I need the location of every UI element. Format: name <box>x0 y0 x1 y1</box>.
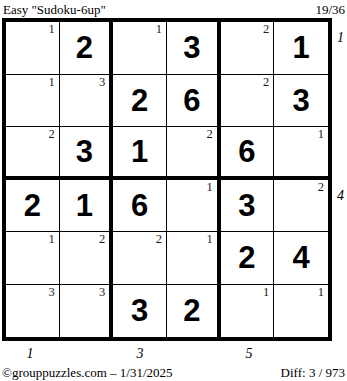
sudoku-grid: 121321132623231261216132122124333211 <box>2 18 332 341</box>
given-digit: 1 <box>76 190 93 221</box>
given-digit: 2 <box>238 242 255 273</box>
given-digit: 2 <box>183 295 200 326</box>
cell-r6c1[interactable]: 3 <box>6 285 60 338</box>
cell-r1c4[interactable]: 3 <box>167 22 221 75</box>
cell-r4c5[interactable]: 3 <box>221 180 275 233</box>
copyright-text: ©grouppuzzles.com – 1/31/2025 <box>2 365 173 381</box>
cell-r1c6[interactable]: 1 <box>274 22 328 75</box>
cell-r6c3[interactable]: 3 <box>113 285 167 338</box>
given-digit: 6 <box>238 136 255 167</box>
corner-mark: 2 <box>48 127 54 141</box>
cell-r2c3[interactable]: 2 <box>113 75 167 128</box>
given-digit: 1 <box>131 136 148 167</box>
given-digit: 6 <box>131 190 148 221</box>
cell-r5c2[interactable]: 2 <box>60 232 114 285</box>
cell-r2c6[interactable]: 3 <box>274 75 328 128</box>
cell-r2c5[interactable]: 2 <box>221 75 275 128</box>
cell-r2c1[interactable]: 1 <box>6 75 60 128</box>
given-digit: 3 <box>183 32 200 63</box>
cell-r1c1[interactable]: 1 <box>6 22 60 75</box>
corner-mark: 1 <box>48 232 54 246</box>
given-digit: 2 <box>76 32 93 63</box>
cell-r1c5[interactable]: 2 <box>221 22 275 75</box>
cell-r4c1[interactable]: 2 <box>6 180 60 233</box>
given-digit: 3 <box>76 136 93 167</box>
cell-r6c6[interactable]: 1 <box>274 285 328 338</box>
puzzle-page: Easy "Sudoku-6up" 19/36 1213211326232312… <box>0 0 347 381</box>
cell-r4c4[interactable]: 1 <box>167 180 221 233</box>
corner-mark: 1 <box>48 75 54 89</box>
given-digit: 3 <box>238 190 255 221</box>
cell-r3c5[interactable]: 6 <box>221 127 275 180</box>
corner-mark: 1 <box>206 180 212 194</box>
cell-r2c4[interactable]: 6 <box>167 75 221 128</box>
corner-mark: 1 <box>206 232 212 246</box>
corner-mark: 1 <box>318 127 324 141</box>
given-digit: 3 <box>293 85 310 116</box>
corner-mark: 2 <box>263 22 269 36</box>
cell-r3c4[interactable]: 2 <box>167 127 221 180</box>
cell-counter: 19/36 <box>315 2 345 18</box>
page-title: Easy "Sudoku-6up" <box>3 2 106 18</box>
given-digit: 6 <box>183 85 200 116</box>
row-label-1: 1 <box>334 30 347 46</box>
cell-r5c3[interactable]: 2 <box>113 232 167 285</box>
cell-r1c3[interactable]: 1 <box>113 22 167 75</box>
corner-mark: 1 <box>156 22 162 36</box>
corner-mark: 1 <box>48 22 54 36</box>
col-label-1: 1 <box>15 346 45 362</box>
corner-mark: 3 <box>99 285 105 299</box>
cell-r3c1[interactable]: 2 <box>6 127 60 180</box>
row-label-4: 4 <box>334 188 347 204</box>
cell-r3c2[interactable]: 3 <box>60 127 114 180</box>
cell-r6c5[interactable]: 1 <box>221 285 275 338</box>
given-digit: 2 <box>131 85 148 116</box>
cell-r5c5[interactable]: 2 <box>221 232 275 285</box>
cell-r3c3[interactable]: 1 <box>113 127 167 180</box>
corner-mark: 3 <box>48 285 54 299</box>
corner-mark: 1 <box>263 285 269 299</box>
given-digit: 4 <box>293 242 310 273</box>
cell-r2c2[interactable]: 3 <box>60 75 114 128</box>
cell-r1c2[interactable]: 2 <box>60 22 114 75</box>
corner-mark: 2 <box>206 127 212 141</box>
corner-mark: 2 <box>318 180 324 194</box>
difficulty-text: Diff: 3 / 973 <box>281 365 345 381</box>
given-digit: 2 <box>24 190 41 221</box>
corner-mark: 3 <box>99 75 105 89</box>
col-label-3: 3 <box>125 346 155 362</box>
cell-r5c1[interactable]: 1 <box>6 232 60 285</box>
corner-mark: 2 <box>99 232 105 246</box>
cell-r6c2[interactable]: 3 <box>60 285 114 338</box>
given-digit: 1 <box>293 32 310 63</box>
cell-r4c3[interactable]: 6 <box>113 180 167 233</box>
cell-r5c4[interactable]: 1 <box>167 232 221 285</box>
col-label-5: 5 <box>234 346 264 362</box>
given-digit: 3 <box>131 295 148 326</box>
cell-r3c6[interactable]: 1 <box>274 127 328 180</box>
cell-r4c6[interactable]: 2 <box>274 180 328 233</box>
corner-mark: 2 <box>156 232 162 246</box>
corner-mark: 1 <box>318 285 324 299</box>
cell-r5c6[interactable]: 4 <box>274 232 328 285</box>
cell-r6c4[interactable]: 2 <box>167 285 221 338</box>
corner-mark: 2 <box>263 75 269 89</box>
cell-r4c2[interactable]: 1 <box>60 180 114 233</box>
